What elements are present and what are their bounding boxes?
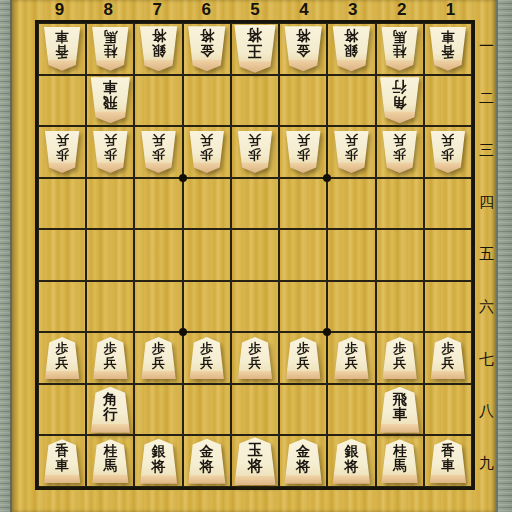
square-4-2[interactable] — [279, 75, 327, 127]
koma-kanji: 歩兵 — [248, 133, 261, 161]
koma-kanji: 金将 — [200, 444, 214, 474]
koma-face: 歩兵 — [382, 337, 417, 379]
square-3-9[interactable]: 銀将 — [327, 435, 375, 487]
square-7-4[interactable] — [134, 178, 182, 230]
koma-face: 歩兵 — [334, 337, 369, 379]
rank-label-8: 八 — [475, 386, 498, 438]
piece-sente-金将-4-9[interactable]: 金将 — [284, 439, 322, 484]
koma-kanji: 香車 — [441, 444, 455, 473]
piece-sente-歩兵-1-7[interactable]: 歩兵 — [430, 337, 465, 379]
square-6-3[interactable]: 歩兵 — [183, 126, 231, 178]
rank-label-1: 一 — [475, 20, 498, 72]
koma-face: 香車 — [429, 439, 466, 483]
piece-gote-桂馬-2-1[interactable]: 桂馬 — [381, 27, 418, 71]
rank-label-4: 四 — [475, 177, 498, 229]
koma-kanji: 金将 — [296, 444, 310, 474]
square-5-6[interactable] — [231, 281, 279, 333]
koma-face: 角行 — [380, 77, 420, 123]
koma-face: 歩兵 — [334, 131, 369, 173]
square-2-5[interactable] — [376, 229, 424, 281]
piece-sente-歩兵-5-7[interactable]: 歩兵 — [237, 337, 272, 379]
square-6-6[interactable] — [183, 281, 231, 333]
koma-kanji: 香車 — [441, 29, 455, 58]
koma-face: 銀将 — [332, 26, 370, 71]
square-9-8[interactable] — [38, 384, 86, 436]
square-9-9[interactable]: 香車 — [38, 435, 86, 487]
koma-face: 歩兵 — [141, 131, 176, 173]
piece-gote-歩兵-9-3[interactable]: 歩兵 — [45, 131, 80, 173]
koma-kanji: 玉将 — [247, 442, 262, 474]
square-6-4[interactable] — [183, 178, 231, 230]
piece-sente-歩兵-9-7[interactable]: 歩兵 — [45, 337, 80, 379]
square-2-1[interactable]: 桂馬 — [376, 23, 424, 75]
koma-kanji: 歩兵 — [200, 133, 213, 161]
koma-kanji: 角行 — [103, 392, 118, 423]
star-point — [179, 328, 187, 336]
square-2-6[interactable] — [376, 281, 424, 333]
koma-kanji: 香車 — [55, 444, 69, 473]
square-6-8[interactable] — [183, 384, 231, 436]
piece-sente-香車-9-9[interactable]: 香車 — [44, 439, 81, 483]
piece-gote-歩兵-8-3[interactable]: 歩兵 — [93, 131, 128, 173]
koma-face: 銀将 — [140, 439, 178, 484]
koma-face: 歩兵 — [237, 337, 272, 379]
piece-gote-金将-4-1[interactable]: 金将 — [284, 26, 322, 71]
koma-face: 王将 — [234, 25, 276, 73]
square-2-2[interactable]: 角行 — [376, 75, 424, 127]
square-8-7[interactable]: 歩兵 — [86, 332, 134, 384]
koma-kanji: 金将 — [200, 28, 214, 58]
koma-kanji: 桂馬 — [393, 444, 407, 473]
koma-kanji: 歩兵 — [248, 342, 261, 370]
square-4-9[interactable]: 金将 — [279, 435, 327, 487]
koma-kanji: 銀将 — [152, 444, 166, 474]
koma-face: 歩兵 — [93, 337, 128, 379]
square-7-7[interactable]: 歩兵 — [134, 332, 182, 384]
koma-kanji: 歩兵 — [345, 133, 358, 161]
square-8-9[interactable]: 桂馬 — [86, 435, 134, 487]
square-4-7[interactable]: 歩兵 — [279, 332, 327, 384]
file-label-3: 3 — [328, 0, 377, 20]
koma-face: 桂馬 — [381, 439, 418, 483]
koma-kanji: 歩兵 — [152, 342, 165, 370]
square-5-5[interactable] — [231, 229, 279, 281]
square-2-3[interactable]: 歩兵 — [376, 126, 424, 178]
koma-face: 桂馬 — [381, 27, 418, 71]
koma-kanji: 銀将 — [344, 28, 358, 58]
piece-gote-王将-5-1[interactable]: 王将 — [234, 25, 276, 73]
piece-gote-角行-2-2[interactable]: 角行 — [380, 77, 420, 123]
file-label-4: 4 — [279, 0, 328, 20]
square-1-2[interactable] — [424, 75, 472, 127]
koma-face: 飛車 — [380, 387, 420, 433]
rank-label-3: 三 — [475, 124, 498, 176]
square-3-1[interactable]: 銀将 — [327, 23, 375, 75]
square-8-3[interactable]: 歩兵 — [86, 126, 134, 178]
square-7-3[interactable]: 歩兵 — [134, 126, 182, 178]
square-2-8[interactable]: 飛車 — [376, 384, 424, 436]
square-8-8[interactable]: 角行 — [86, 384, 134, 436]
square-9-5[interactable] — [38, 229, 86, 281]
koma-face: 銀将 — [332, 439, 370, 484]
koma-kanji: 歩兵 — [393, 342, 406, 370]
square-9-1[interactable]: 香車 — [38, 23, 86, 75]
square-9-4[interactable] — [38, 178, 86, 230]
square-9-7[interactable]: 歩兵 — [38, 332, 86, 384]
square-7-1[interactable]: 銀将 — [134, 23, 182, 75]
piece-gote-歩兵-5-3[interactable]: 歩兵 — [237, 131, 272, 173]
square-1-5[interactable] — [424, 229, 472, 281]
square-9-2[interactable] — [38, 75, 86, 127]
koma-kanji: 歩兵 — [56, 133, 69, 161]
koma-face: 歩兵 — [286, 337, 321, 379]
rank-label-9: 九 — [475, 438, 498, 490]
right-cloth-edge — [496, 0, 512, 512]
square-5-1[interactable]: 王将 — [231, 23, 279, 75]
square-2-9[interactable]: 桂馬 — [376, 435, 424, 487]
piece-sente-桂馬-2-9[interactable]: 桂馬 — [381, 439, 418, 483]
square-4-6[interactable] — [279, 281, 327, 333]
left-cloth-edge — [0, 0, 12, 512]
koma-face: 銀将 — [140, 26, 178, 71]
koma-kanji: 歩兵 — [104, 133, 117, 161]
koma-face: 歩兵 — [286, 131, 321, 173]
square-8-2[interactable]: 飛車 — [86, 75, 134, 127]
rank-coordinates: 一二三四五六七八九 — [475, 20, 498, 490]
square-1-7[interactable]: 歩兵 — [424, 332, 472, 384]
rank-label-2: 二 — [475, 72, 498, 124]
koma-face: 桂馬 — [92, 439, 129, 483]
piece-gote-銀将-3-1[interactable]: 銀将 — [332, 26, 370, 71]
koma-kanji: 金将 — [296, 28, 310, 58]
piece-gote-銀将-7-1[interactable]: 銀将 — [140, 26, 178, 71]
piece-sente-歩兵-2-7[interactable]: 歩兵 — [382, 337, 417, 379]
piece-gote-歩兵-3-3[interactable]: 歩兵 — [334, 131, 369, 173]
square-1-4[interactable] — [424, 178, 472, 230]
square-3-5[interactable] — [327, 229, 375, 281]
square-4-3[interactable]: 歩兵 — [279, 126, 327, 178]
piece-sente-飛車-2-8[interactable]: 飛車 — [380, 387, 420, 433]
koma-face: 飛車 — [90, 77, 130, 123]
file-label-7: 7 — [133, 0, 182, 20]
piece-gote-香車-1-1[interactable]: 香車 — [429, 27, 466, 71]
square-7-5[interactable] — [134, 229, 182, 281]
square-1-9[interactable]: 香車 — [424, 435, 472, 487]
koma-face: 歩兵 — [430, 131, 465, 173]
koma-kanji: 銀将 — [344, 444, 358, 474]
koma-kanji: 銀将 — [152, 28, 166, 58]
square-6-1[interactable]: 金将 — [183, 23, 231, 75]
piece-sente-銀将-3-9[interactable]: 銀将 — [332, 439, 370, 484]
file-coordinates: 987654321 — [35, 0, 475, 20]
square-5-9[interactable]: 玉将 — [231, 435, 279, 487]
koma-kanji: 歩兵 — [297, 342, 310, 370]
file-label-6: 6 — [182, 0, 231, 20]
koma-face: 歩兵 — [382, 131, 417, 173]
koma-kanji: 歩兵 — [345, 342, 358, 370]
piece-sente-歩兵-6-7[interactable]: 歩兵 — [189, 337, 224, 379]
piece-gote-歩兵-1-3[interactable]: 歩兵 — [430, 131, 465, 173]
koma-kanji: 桂馬 — [393, 29, 407, 58]
square-8-4[interactable] — [86, 178, 134, 230]
square-2-4[interactable] — [376, 178, 424, 230]
koma-face: 金将 — [188, 26, 226, 71]
koma-kanji: 歩兵 — [441, 133, 454, 161]
square-3-4[interactable] — [327, 178, 375, 230]
file-label-5: 5 — [231, 0, 280, 20]
square-1-3[interactable]: 歩兵 — [424, 126, 472, 178]
file-label-9: 9 — [35, 0, 84, 20]
koma-face: 金将 — [284, 439, 322, 484]
piece-sente-玉将-5-9[interactable]: 玉将 — [234, 437, 276, 485]
file-label-8: 8 — [84, 0, 133, 20]
square-7-8[interactable] — [134, 384, 182, 436]
koma-kanji: 歩兵 — [297, 133, 310, 161]
piece-sente-桂馬-8-9[interactable]: 桂馬 — [92, 439, 129, 483]
piece-gote-金将-6-1[interactable]: 金将 — [188, 26, 226, 71]
koma-face: 歩兵 — [45, 337, 80, 379]
koma-face: 香車 — [429, 27, 466, 71]
koma-face: 角行 — [90, 387, 130, 433]
file-label-2: 2 — [377, 0, 426, 20]
square-8-1[interactable]: 桂馬 — [86, 23, 134, 75]
koma-face: 金将 — [284, 26, 322, 71]
square-8-6[interactable] — [86, 281, 134, 333]
piece-gote-歩兵-4-3[interactable]: 歩兵 — [286, 131, 321, 173]
koma-face: 歩兵 — [189, 131, 224, 173]
square-3-2[interactable] — [327, 75, 375, 127]
square-4-1[interactable]: 金将 — [279, 23, 327, 75]
square-1-8[interactable] — [424, 384, 472, 436]
piece-sente-歩兵-4-7[interactable]: 歩兵 — [286, 337, 321, 379]
square-2-7[interactable]: 歩兵 — [376, 332, 424, 384]
piece-sente-角行-8-8[interactable]: 角行 — [90, 387, 130, 433]
koma-face: 歩兵 — [430, 337, 465, 379]
square-6-7[interactable]: 歩兵 — [183, 332, 231, 384]
square-9-3[interactable]: 歩兵 — [38, 126, 86, 178]
koma-face: 桂馬 — [92, 27, 129, 71]
square-3-6[interactable] — [327, 281, 375, 333]
rank-label-5: 五 — [475, 229, 498, 281]
koma-face: 歩兵 — [45, 131, 80, 173]
square-3-7[interactable]: 歩兵 — [327, 332, 375, 384]
koma-kanji: 桂馬 — [104, 444, 118, 473]
koma-kanji: 飛車 — [392, 392, 407, 423]
square-4-8[interactable] — [279, 384, 327, 436]
koma-kanji: 歩兵 — [393, 133, 406, 161]
square-3-3[interactable]: 歩兵 — [327, 126, 375, 178]
koma-kanji: 王将 — [247, 27, 262, 59]
square-8-5[interactable] — [86, 229, 134, 281]
piece-sente-香車-1-9[interactable]: 香車 — [429, 439, 466, 483]
piece-sente-歩兵-3-7[interactable]: 歩兵 — [334, 337, 369, 379]
koma-face: 玉将 — [234, 437, 276, 485]
square-5-8[interactable] — [231, 384, 279, 436]
koma-face: 歩兵 — [189, 337, 224, 379]
piece-sente-歩兵-8-7[interactable]: 歩兵 — [93, 337, 128, 379]
piece-gote-香車-9-1[interactable]: 香車 — [44, 27, 81, 71]
shogi-app: 987654321 一二三四五六七八九 香車桂馬銀将金将王将金将銀将桂馬香車飛車… — [0, 0, 512, 512]
square-6-2[interactable] — [183, 75, 231, 127]
square-5-7[interactable]: 歩兵 — [231, 332, 279, 384]
square-7-2[interactable] — [134, 75, 182, 127]
square-6-9[interactable]: 金将 — [183, 435, 231, 487]
koma-kanji: 歩兵 — [152, 133, 165, 161]
square-1-6[interactable] — [424, 281, 472, 333]
piece-gote-桂馬-8-1[interactable]: 桂馬 — [92, 27, 129, 71]
koma-kanji: 香車 — [55, 29, 69, 58]
square-4-5[interactable] — [279, 229, 327, 281]
piece-gote-飛車-8-2[interactable]: 飛車 — [90, 77, 130, 123]
rank-label-7: 七 — [475, 333, 498, 385]
square-3-8[interactable] — [327, 384, 375, 436]
koma-kanji: 桂馬 — [104, 29, 118, 58]
koma-face: 香車 — [44, 439, 81, 483]
piece-gote-歩兵-2-3[interactable]: 歩兵 — [382, 131, 417, 173]
star-point — [323, 328, 331, 336]
koma-kanji: 飛車 — [103, 79, 118, 110]
koma-kanji: 歩兵 — [441, 342, 454, 370]
piece-gote-歩兵-7-3[interactable]: 歩兵 — [141, 131, 176, 173]
square-4-4[interactable] — [279, 178, 327, 230]
koma-face: 金将 — [188, 439, 226, 484]
square-5-4[interactable] — [231, 178, 279, 230]
star-point — [323, 174, 331, 182]
piece-sente-銀将-7-9[interactable]: 銀将 — [140, 439, 178, 484]
square-5-2[interactable] — [231, 75, 279, 127]
koma-kanji: 歩兵 — [200, 342, 213, 370]
rank-label-6: 六 — [475, 281, 498, 333]
koma-face: 歩兵 — [237, 131, 272, 173]
piece-sente-歩兵-7-7[interactable]: 歩兵 — [141, 337, 176, 379]
piece-gote-歩兵-6-3[interactable]: 歩兵 — [189, 131, 224, 173]
square-9-6[interactable] — [38, 281, 86, 333]
shogi-board-grid: 香車桂馬銀将金将王将金将銀将桂馬香車飛車角行歩兵歩兵歩兵歩兵歩兵歩兵歩兵歩兵歩兵… — [35, 20, 475, 490]
square-7-9[interactable]: 銀将 — [134, 435, 182, 487]
piece-sente-金将-6-9[interactable]: 金将 — [188, 439, 226, 484]
square-7-6[interactable] — [134, 281, 182, 333]
star-point — [179, 174, 187, 182]
koma-face: 歩兵 — [93, 131, 128, 173]
koma-kanji: 歩兵 — [56, 342, 69, 370]
square-1-1[interactable]: 香車 — [424, 23, 472, 75]
square-6-5[interactable] — [183, 229, 231, 281]
koma-face: 香車 — [44, 27, 81, 71]
square-5-3[interactable]: 歩兵 — [231, 126, 279, 178]
koma-face: 歩兵 — [141, 337, 176, 379]
koma-kanji: 角行 — [392, 79, 407, 110]
koma-kanji: 歩兵 — [104, 342, 117, 370]
file-label-1: 1 — [426, 0, 475, 20]
